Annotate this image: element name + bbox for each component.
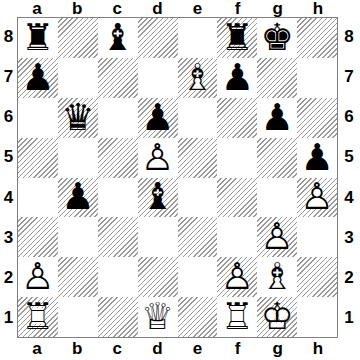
piece-outline-glyph: ♖ <box>221 297 254 337</box>
piece-white-pawn[interactable]: ♟♙ <box>138 138 178 178</box>
file-label-top-d: d <box>137 0 177 17</box>
file-label-bottom-f: f <box>218 338 258 360</box>
piece-outline-glyph: ♙ <box>261 217 294 257</box>
piece-black-pawn[interactable]: ♟ <box>297 138 337 178</box>
piece-glyph: ♛ <box>61 98 94 138</box>
square-a3[interactable] <box>18 217 58 257</box>
square-g4[interactable] <box>257 178 297 218</box>
square-d7[interactable] <box>138 58 178 98</box>
square-e1[interactable] <box>178 297 218 337</box>
rank-label-left-7: 7 <box>0 57 17 97</box>
rank-label-right-3: 3 <box>338 218 360 258</box>
square-c1[interactable] <box>98 297 138 337</box>
square-a8[interactable]: ♜ <box>18 18 58 58</box>
piece-white-pawn[interactable]: ♟♙ <box>297 178 337 218</box>
square-g6[interactable]: ♟ <box>257 98 297 138</box>
rank-label-right-2: 2 <box>338 258 360 298</box>
square-e6[interactable] <box>178 98 218 138</box>
board: ♜♝♜♚♟♝♗♟♛♟♟♟♙♟♟♝♟♙♟♙♟♙♟♙♝♗♜♖♛♕♜♖♚♔ <box>17 17 338 338</box>
square-g2[interactable]: ♝♗ <box>257 257 297 297</box>
square-h5[interactable]: ♟ <box>297 138 337 178</box>
square-b1[interactable] <box>58 297 98 337</box>
rank-label-left-1: 1 <box>0 298 17 338</box>
rank-labels-left: 87654321 <box>0 17 17 338</box>
square-f3[interactable] <box>217 217 257 257</box>
square-f8[interactable]: ♜ <box>217 18 257 58</box>
square-a7[interactable]: ♟ <box>18 58 58 98</box>
piece-outline-glyph: ♕ <box>141 297 174 337</box>
square-c5[interactable] <box>98 138 138 178</box>
piece-white-pawn[interactable]: ♟♙ <box>18 257 58 297</box>
square-c3[interactable] <box>98 217 138 257</box>
file-label-top-c: c <box>97 0 137 17</box>
rank-label-left-5: 5 <box>0 137 17 177</box>
rank-label-left-4: 4 <box>0 178 17 218</box>
square-g8[interactable]: ♚ <box>257 18 297 58</box>
file-label-bottom-h: h <box>298 338 338 360</box>
square-f7[interactable]: ♟ <box>217 58 257 98</box>
file-label-top-h: h <box>298 0 338 17</box>
piece-white-bishop[interactable]: ♝♗ <box>178 58 218 98</box>
square-b4[interactable]: ♟ <box>58 178 98 218</box>
file-label-bottom-a: a <box>17 338 57 360</box>
piece-black-queen[interactable]: ♛ <box>58 98 98 138</box>
rank-label-left-2: 2 <box>0 258 17 298</box>
square-e3[interactable] <box>178 217 218 257</box>
square-b3[interactable] <box>58 217 98 257</box>
square-c8[interactable]: ♝ <box>98 18 138 58</box>
square-d5[interactable]: ♟♙ <box>138 138 178 178</box>
square-e8[interactable] <box>178 18 218 58</box>
square-e5[interactable] <box>178 138 218 178</box>
piece-black-pawn[interactable]: ♟ <box>138 98 178 138</box>
square-d6[interactable]: ♟ <box>138 98 178 138</box>
file-label-top-g: g <box>258 0 298 17</box>
square-c4[interactable] <box>98 178 138 218</box>
piece-black-bishop[interactable]: ♝ <box>138 178 178 218</box>
piece-white-pawn[interactable]: ♟♙ <box>217 257 257 297</box>
file-label-bottom-b: b <box>57 338 97 360</box>
square-d3[interactable] <box>138 217 178 257</box>
rank-label-right-8: 8 <box>338 17 360 57</box>
file-label-bottom-g: g <box>258 338 298 360</box>
square-h7[interactable] <box>297 58 337 98</box>
square-b5[interactable] <box>58 138 98 178</box>
square-g7[interactable] <box>257 58 297 98</box>
square-d4[interactable]: ♝ <box>138 178 178 218</box>
rank-label-left-3: 3 <box>0 218 17 258</box>
file-label-bottom-e: e <box>178 338 218 360</box>
piece-outline-glyph: ♙ <box>141 138 174 178</box>
piece-black-bishop[interactable]: ♝ <box>98 18 138 58</box>
piece-glyph: ♝ <box>101 18 134 58</box>
piece-black-pawn[interactable]: ♟ <box>58 178 98 218</box>
piece-outline-glyph: ♙ <box>300 178 333 218</box>
rank-label-left-8: 8 <box>0 17 17 57</box>
square-b2[interactable] <box>58 257 98 297</box>
piece-black-rook[interactable]: ♜ <box>18 18 58 58</box>
square-f2[interactable]: ♟♙ <box>217 257 257 297</box>
square-a2[interactable]: ♟♙ <box>18 257 58 297</box>
square-d1[interactable]: ♛♕ <box>138 297 178 337</box>
piece-white-king[interactable]: ♚♔ <box>257 297 297 337</box>
square-c7[interactable] <box>98 58 138 98</box>
square-f6[interactable] <box>217 98 257 138</box>
square-f1[interactable]: ♜♖ <box>217 297 257 337</box>
rank-label-right-6: 6 <box>338 97 360 137</box>
piece-glyph: ♜ <box>21 18 54 58</box>
piece-white-rook[interactable]: ♜♖ <box>217 297 257 337</box>
square-b8[interactable] <box>58 18 98 58</box>
square-h1[interactable] <box>297 297 337 337</box>
file-label-top-a: a <box>17 0 57 17</box>
square-h2[interactable] <box>297 257 337 297</box>
piece-outline-glyph: ♙ <box>221 257 254 297</box>
file-label-top-b: b <box>57 0 97 17</box>
file-label-top-e: e <box>178 0 218 17</box>
square-h3[interactable] <box>297 217 337 257</box>
piece-black-pawn[interactable]: ♟ <box>257 98 297 138</box>
square-e4[interactable] <box>178 178 218 218</box>
square-h6[interactable] <box>297 98 337 138</box>
square-f5[interactable] <box>217 138 257 178</box>
square-e7[interactable]: ♝♗ <box>178 58 218 98</box>
piece-white-rook[interactable]: ♜♖ <box>18 297 58 337</box>
piece-glyph: ♟ <box>61 178 94 218</box>
file-labels-top: abcdefgh <box>17 0 338 17</box>
piece-white-pawn[interactable]: ♟♙ <box>257 217 297 257</box>
file-label-top-f: f <box>218 0 258 17</box>
piece-black-pawn[interactable]: ♟ <box>217 58 257 98</box>
piece-white-queen[interactable]: ♛♕ <box>138 297 178 337</box>
square-c2[interactable] <box>98 257 138 297</box>
piece-black-rook[interactable]: ♜ <box>217 18 257 58</box>
square-b6[interactable]: ♛ <box>58 98 98 138</box>
square-a1[interactable]: ♜♖ <box>18 297 58 337</box>
piece-glyph: ♚ <box>261 18 294 58</box>
piece-glyph: ♟ <box>300 138 333 178</box>
square-g3[interactable]: ♟♙ <box>257 217 297 257</box>
square-h8[interactable] <box>297 18 337 58</box>
square-h4[interactable]: ♟♙ <box>297 178 337 218</box>
rank-label-left-6: 6 <box>0 97 17 137</box>
square-b7[interactable] <box>58 58 98 98</box>
rank-label-right-4: 4 <box>338 178 360 218</box>
square-g5[interactable] <box>257 138 297 178</box>
file-label-bottom-c: c <box>97 338 137 360</box>
piece-outline-glyph: ♙ <box>21 257 54 297</box>
piece-glyph: ♝ <box>141 178 174 218</box>
piece-outline-glyph: ♖ <box>21 297 54 337</box>
rank-labels-right: 87654321 <box>338 17 360 338</box>
piece-white-bishop[interactable]: ♝♗ <box>257 257 297 297</box>
square-d2[interactable] <box>138 257 178 297</box>
piece-black-pawn[interactable]: ♟ <box>18 58 58 98</box>
rank-label-right-7: 7 <box>338 57 360 97</box>
piece-glyph: ♟ <box>141 98 174 138</box>
rank-label-right-1: 1 <box>338 298 360 338</box>
piece-outline-glyph: ♗ <box>261 257 294 297</box>
piece-glyph: ♟ <box>261 98 294 138</box>
piece-outline-glyph: ♗ <box>181 58 214 98</box>
square-f4[interactable] <box>217 178 257 218</box>
square-d8[interactable] <box>138 18 178 58</box>
piece-black-king[interactable]: ♚ <box>257 18 297 58</box>
square-a5[interactable] <box>18 138 58 178</box>
piece-glyph: ♟ <box>221 58 254 98</box>
file-labels-bottom: abcdefgh <box>17 338 338 360</box>
rank-label-right-5: 5 <box>338 137 360 177</box>
square-c6[interactable] <box>98 98 138 138</box>
piece-outline-glyph: ♔ <box>261 297 294 337</box>
square-a4[interactable] <box>18 178 58 218</box>
square-a6[interactable] <box>18 98 58 138</box>
square-g1[interactable]: ♚♔ <box>257 297 297 337</box>
piece-glyph: ♟ <box>21 58 54 98</box>
square-e2[interactable] <box>178 257 218 297</box>
file-label-bottom-d: d <box>137 338 177 360</box>
piece-glyph: ♜ <box>221 18 254 58</box>
chess-diagram: abcdefgh abcdefgh 87654321 87654321 ♜♝♜♚… <box>0 0 360 360</box>
